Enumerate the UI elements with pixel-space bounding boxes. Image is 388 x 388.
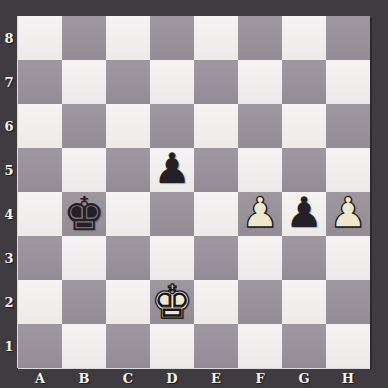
rank-label-5: 5	[0, 148, 18, 192]
rank-label-7: 7	[0, 60, 18, 104]
square-e6[interactable]	[194, 104, 238, 148]
rank-label-6: 6	[0, 104, 18, 148]
square-h8[interactable]	[326, 16, 370, 60]
file-label-b: B	[62, 369, 106, 388]
square-a7[interactable]	[18, 60, 62, 104]
square-b4[interactable]: ♚	[62, 192, 106, 236]
square-c7[interactable]	[106, 60, 150, 104]
square-c4[interactable]	[106, 192, 150, 236]
square-b1[interactable]	[62, 324, 106, 368]
square-c5[interactable]	[106, 148, 150, 192]
square-h7[interactable]	[326, 60, 370, 104]
square-g3[interactable]	[282, 236, 326, 280]
rank-label-3: 3	[0, 236, 18, 280]
square-g1[interactable]	[282, 324, 326, 368]
black-pawn[interactable]: ♟	[285, 192, 323, 234]
square-e4[interactable]	[194, 192, 238, 236]
square-e1[interactable]	[194, 324, 238, 368]
white-pawn[interactable]: ♟	[241, 192, 279, 234]
file-label-a: A	[18, 369, 62, 388]
square-c3[interactable]	[106, 236, 150, 280]
black-king[interactable]: ♚	[63, 190, 105, 237]
square-e2[interactable]	[194, 280, 238, 324]
white-pawn[interactable]: ♟	[329, 192, 367, 234]
square-f4[interactable]: ♟	[238, 192, 282, 236]
rank-labels: 87654321	[0, 16, 18, 368]
square-f3[interactable]	[238, 236, 282, 280]
square-f8[interactable]	[238, 16, 282, 60]
rank-label-8: 8	[0, 16, 18, 60]
square-b8[interactable]	[62, 16, 106, 60]
square-d8[interactable]	[150, 16, 194, 60]
square-e7[interactable]	[194, 60, 238, 104]
square-g7[interactable]	[282, 60, 326, 104]
square-g5[interactable]	[282, 148, 326, 192]
black-pawn[interactable]: ♟	[153, 148, 191, 190]
file-label-c: C	[106, 369, 150, 388]
square-h5[interactable]	[326, 148, 370, 192]
square-a6[interactable]	[18, 104, 62, 148]
square-f5[interactable]	[238, 148, 282, 192]
chess-diagram: 87654321 ♟♚♟♟♟♚ ABCDEFGH	[0, 0, 388, 388]
square-c8[interactable]	[106, 16, 150, 60]
square-a2[interactable]	[18, 280, 62, 324]
square-c6[interactable]	[106, 104, 150, 148]
chess-board: ♟♚♟♟♟♚	[18, 16, 370, 368]
square-d1[interactable]	[150, 324, 194, 368]
square-a5[interactable]	[18, 148, 62, 192]
square-e8[interactable]	[194, 16, 238, 60]
square-g6[interactable]	[282, 104, 326, 148]
rank-label-1: 1	[0, 324, 18, 368]
square-f2[interactable]	[238, 280, 282, 324]
square-g8[interactable]	[282, 16, 326, 60]
square-d5[interactable]: ♟	[150, 148, 194, 192]
rank-label-2: 2	[0, 280, 18, 324]
square-a3[interactable]	[18, 236, 62, 280]
square-a4[interactable]	[18, 192, 62, 236]
square-a8[interactable]	[18, 16, 62, 60]
file-label-g: G	[282, 369, 326, 388]
square-g4[interactable]: ♟	[282, 192, 326, 236]
square-d2[interactable]: ♚	[150, 280, 194, 324]
square-d7[interactable]	[150, 60, 194, 104]
square-e5[interactable]	[194, 148, 238, 192]
white-king[interactable]: ♚	[151, 278, 193, 325]
square-h2[interactable]	[326, 280, 370, 324]
square-f6[interactable]	[238, 104, 282, 148]
square-c2[interactable]	[106, 280, 150, 324]
square-b7[interactable]	[62, 60, 106, 104]
square-h6[interactable]	[326, 104, 370, 148]
square-a1[interactable]	[18, 324, 62, 368]
file-label-d: D	[150, 369, 194, 388]
square-b2[interactable]	[62, 280, 106, 324]
file-label-h: H	[326, 369, 370, 388]
square-d4[interactable]	[150, 192, 194, 236]
square-b3[interactable]	[62, 236, 106, 280]
square-b6[interactable]	[62, 104, 106, 148]
file-label-f: F	[238, 369, 282, 388]
square-f7[interactable]	[238, 60, 282, 104]
square-f1[interactable]	[238, 324, 282, 368]
square-h3[interactable]	[326, 236, 370, 280]
square-g2[interactable]	[282, 280, 326, 324]
square-h4[interactable]: ♟	[326, 192, 370, 236]
rank-label-4: 4	[0, 192, 18, 236]
square-d6[interactable]	[150, 104, 194, 148]
file-label-e: E	[194, 369, 238, 388]
square-c1[interactable]	[106, 324, 150, 368]
square-h1[interactable]	[326, 324, 370, 368]
square-e3[interactable]	[194, 236, 238, 280]
file-labels: ABCDEFGH	[18, 369, 370, 388]
